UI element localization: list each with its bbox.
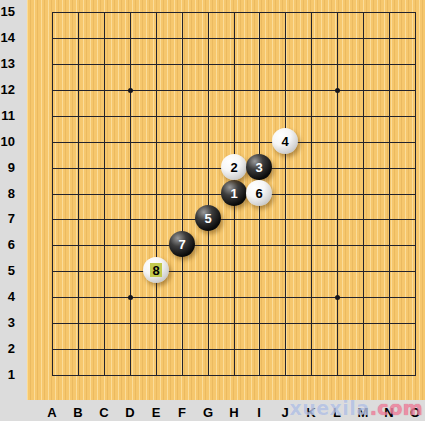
stone-7-black-f6[interactable]: 7 (169, 231, 195, 257)
col-label-b: B (65, 404, 91, 421)
col-label-a: A (39, 404, 65, 421)
row-label-9: 9 (0, 159, 27, 177)
col-label-e: E (143, 404, 169, 421)
col-label-d: D (117, 404, 143, 421)
grid-hline (52, 323, 416, 324)
stone-5-black-g7[interactable]: 5 (195, 205, 221, 231)
col-label-g: G (195, 404, 221, 421)
col-label-c: C (91, 404, 117, 421)
move-number: 4 (281, 135, 288, 148)
col-label-h: H (221, 404, 247, 421)
stone-1-black-h8[interactable]: 1 (221, 180, 247, 206)
star-point-d12 (128, 88, 133, 93)
row-label-1: 1 (0, 366, 27, 384)
grid-vline (285, 12, 286, 376)
col-label-f: F (169, 404, 195, 421)
row-label-10: 10 (0, 133, 27, 151)
row-label-6: 6 (0, 236, 27, 254)
grid-hline (52, 375, 416, 376)
watermark-name: xuexila (289, 397, 369, 419)
grid-hline (52, 349, 416, 350)
row-label-14: 14 (0, 29, 27, 47)
move-number: 8 (152, 264, 159, 277)
grid-vline (337, 12, 338, 376)
grid-hline (52, 245, 416, 246)
grid-vline (311, 12, 312, 376)
stone-4-white-j10[interactable]: 4 (272, 128, 298, 154)
stone-3-black-i9[interactable]: 3 (246, 154, 272, 180)
grid-vline (415, 12, 416, 376)
grid-hline (52, 271, 416, 272)
stone-6-white-i8[interactable]: 6 (246, 180, 272, 206)
row-label-11: 11 (0, 107, 27, 125)
row-label-3: 3 (0, 314, 27, 332)
row-label-8: 8 (0, 185, 27, 203)
watermark-domain: .com (370, 397, 423, 419)
site-watermark: xuexila.com (289, 397, 423, 419)
row-label-2: 2 (0, 340, 27, 358)
stone-2-white-h9[interactable]: 2 (221, 154, 247, 180)
move-number: 6 (255, 187, 262, 200)
move-number: 5 (204, 212, 211, 225)
row-label-7: 7 (0, 210, 27, 228)
row-label-13: 13 (0, 55, 27, 73)
move-number: 2 (230, 161, 237, 174)
stone-8-white-e5[interactable]: 8 (143, 257, 169, 283)
board-overlay: 151413121110987654321ABCDEFGHIJKLMNO1234… (0, 0, 425, 421)
grid-hline (52, 219, 416, 220)
move-number: 1 (230, 187, 237, 200)
star-point-l4 (335, 295, 340, 300)
move-number: 7 (178, 238, 185, 251)
star-point-d4 (128, 295, 133, 300)
go-board-diagram: 151413121110987654321ABCDEFGHIJKLMNO1234… (0, 0, 425, 421)
row-label-12: 12 (0, 81, 27, 99)
grid-vline (363, 12, 364, 376)
row-label-5: 5 (0, 262, 27, 280)
grid-hline (52, 297, 416, 298)
row-label-15: 15 (0, 3, 27, 21)
col-label-i: I (246, 404, 272, 421)
move-number: 3 (255, 161, 262, 174)
star-point-l12 (335, 88, 340, 93)
grid-vline (389, 12, 390, 376)
row-label-4: 4 (0, 288, 27, 306)
